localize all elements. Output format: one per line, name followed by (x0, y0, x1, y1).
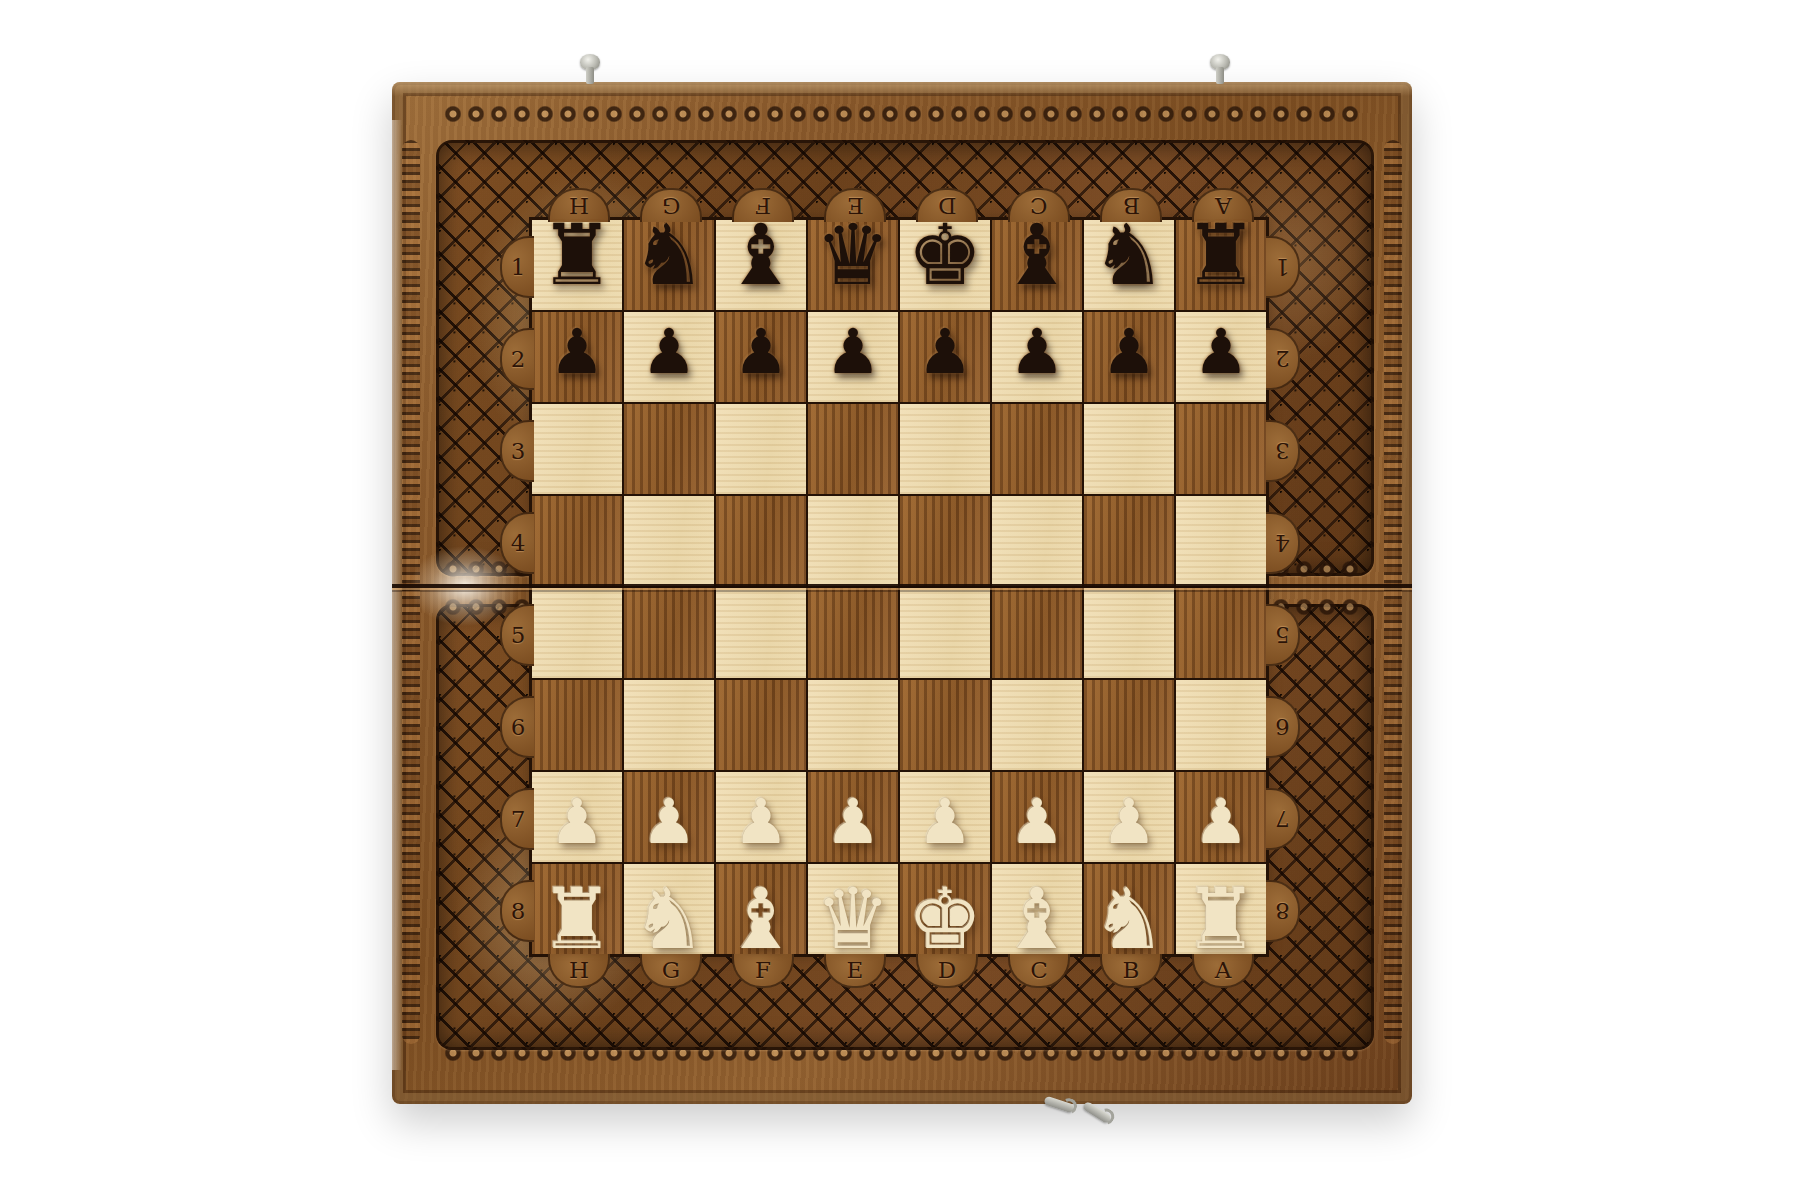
square-g8[interactable]: ♞ (624, 864, 714, 954)
square-h7[interactable]: ♟ (532, 772, 622, 862)
rank-label-left-6: 6 (500, 696, 534, 758)
square-b4[interactable] (1084, 496, 1174, 586)
piece-black-bishop[interactable]: ♝ (999, 213, 1074, 297)
piece-black-knight[interactable]: ♞ (1091, 213, 1166, 297)
square-e1[interactable]: ♛ (808, 220, 898, 310)
square-a7[interactable]: ♟ (1176, 772, 1266, 862)
square-g1[interactable]: ♞ (624, 220, 714, 310)
square-e6[interactable] (808, 680, 898, 770)
rank-label-left-3-text: 3 (511, 438, 526, 464)
square-b2[interactable]: ♟ (1084, 312, 1174, 402)
rank-label-left-5: 5 (500, 604, 534, 666)
rank-label-right-6: 6 (1266, 696, 1300, 758)
square-b1[interactable]: ♞ (1084, 220, 1174, 310)
square-h5[interactable] (532, 588, 622, 678)
rank-label-right-2: 2 (1266, 328, 1300, 390)
rank-label-right-3: 3 (1266, 420, 1300, 482)
square-d8[interactable]: ♚ (900, 864, 990, 954)
rank-label-right-7: 7 (1266, 788, 1300, 850)
piece-white-pawn[interactable]: ♟ (641, 791, 697, 853)
rank-label-right-3-text: 3 (1275, 438, 1290, 464)
square-a5[interactable] (1176, 588, 1266, 678)
rank-label-right-8-text: 8 (1275, 898, 1290, 924)
square-d6[interactable] (900, 680, 990, 770)
square-b6[interactable] (1084, 680, 1174, 770)
square-c3[interactable] (992, 404, 1082, 494)
square-f6[interactable] (716, 680, 806, 770)
square-f7[interactable]: ♟ (716, 772, 806, 862)
rank-label-left-8: 8 (500, 880, 534, 942)
square-d3[interactable] (900, 404, 990, 494)
piece-white-pawn[interactable]: ♟ (733, 791, 789, 853)
rank-label-right-8: 8 (1266, 880, 1300, 942)
square-f2[interactable]: ♟ (716, 312, 806, 402)
square-h8[interactable]: ♜ (532, 864, 622, 954)
clasp-stem (586, 67, 594, 84)
rank-label-right-1-text: 1 (1275, 254, 1290, 280)
piece-black-pawn[interactable]: ♟ (917, 321, 973, 383)
square-a4[interactable] (1176, 496, 1266, 586)
piece-white-king[interactable]: ♚ (907, 877, 982, 961)
square-e4[interactable] (808, 496, 898, 586)
rank-label-left-3: 3 (500, 420, 534, 482)
latch-hook-icon (1082, 1101, 1112, 1125)
square-b3[interactable] (1084, 404, 1174, 494)
square-h3[interactable] (532, 404, 622, 494)
piece-black-pawn[interactable]: ♟ (1193, 321, 1249, 383)
box-left-highlight (392, 120, 402, 1070)
piece-white-bishop[interactable]: ♝ (723, 877, 798, 961)
square-c2[interactable]: ♟ (992, 312, 1082, 402)
square-h1[interactable]: ♜ (532, 220, 622, 310)
piece-black-rook[interactable]: ♜ (1183, 213, 1258, 297)
square-a2[interactable]: ♟ (1176, 312, 1266, 402)
square-f1[interactable]: ♝ (716, 220, 806, 310)
rank-label-left-1: 1 (500, 236, 534, 298)
square-e2[interactable]: ♟ (808, 312, 898, 402)
piece-black-pawn[interactable]: ♟ (549, 321, 605, 383)
square-f3[interactable] (716, 404, 806, 494)
box-top-highlight (392, 82, 1412, 96)
piece-white-pawn[interactable]: ♟ (1009, 791, 1065, 853)
piece-white-pawn[interactable]: ♟ (917, 791, 973, 853)
rank-label-left-8-text: 8 (511, 898, 526, 924)
box-fold-seam (392, 584, 1412, 592)
piece-black-pawn[interactable]: ♟ (825, 321, 881, 383)
square-b5[interactable] (1084, 588, 1174, 678)
square-a6[interactable] (1176, 680, 1266, 770)
square-g5[interactable] (624, 588, 714, 678)
square-g6[interactable] (624, 680, 714, 770)
piece-white-rook[interactable]: ♜ (1183, 877, 1258, 961)
square-c6[interactable] (992, 680, 1082, 770)
square-d2[interactable]: ♟ (900, 312, 990, 402)
square-f4[interactable] (716, 496, 806, 586)
rank-label-right-1: 1 (1266, 236, 1300, 298)
rank-label-left-7: 7 (500, 788, 534, 850)
rank-label-right-7-text: 7 (1275, 806, 1290, 832)
rank-label-right-5-text: 5 (1275, 622, 1290, 648)
clasp-icon (578, 54, 602, 84)
rank-label-left-7-text: 7 (511, 806, 526, 832)
piece-black-pawn[interactable]: ♟ (1009, 321, 1065, 383)
square-b7[interactable]: ♟ (1084, 772, 1174, 862)
square-e8[interactable]: ♛ (808, 864, 898, 954)
carved-chain-border-left (402, 140, 420, 1044)
square-h4[interactable] (532, 496, 622, 586)
square-c1[interactable]: ♝ (992, 220, 1082, 310)
piece-black-pawn[interactable]: ♟ (641, 321, 697, 383)
piece-black-knight[interactable]: ♞ (631, 213, 706, 297)
carved-bead-border-top (442, 103, 1362, 125)
carved-chain-border-right (1384, 140, 1402, 1044)
rank-label-right-2-text: 2 (1275, 346, 1290, 372)
square-f8[interactable]: ♝ (716, 864, 806, 954)
rank-label-left-2: 2 (500, 328, 534, 390)
square-c5[interactable] (992, 588, 1082, 678)
square-g2[interactable]: ♟ (624, 312, 714, 402)
square-e7[interactable]: ♟ (808, 772, 898, 862)
clasp-icon (1208, 54, 1232, 84)
piece-white-pawn[interactable]: ♟ (825, 791, 881, 853)
rank-label-left-1-text: 1 (511, 254, 526, 280)
square-a8[interactable]: ♜ (1176, 864, 1266, 954)
square-g3[interactable] (624, 404, 714, 494)
piece-white-knight[interactable]: ♞ (631, 877, 706, 961)
square-c4[interactable] (992, 496, 1082, 586)
rank-label-left-2-text: 2 (511, 346, 526, 372)
piece-white-rook[interactable]: ♜ (539, 877, 614, 961)
piece-black-pawn[interactable]: ♟ (1101, 321, 1157, 383)
square-a3[interactable] (1176, 404, 1266, 494)
piece-black-pawn[interactable]: ♟ (733, 321, 789, 383)
piece-black-queen[interactable]: ♛ (815, 213, 890, 297)
square-g7[interactable]: ♟ (624, 772, 714, 862)
rank-label-left-5-text: 5 (511, 622, 526, 648)
piece-black-bishop[interactable]: ♝ (723, 213, 798, 297)
rank-label-right-4-text: 4 (1275, 530, 1290, 556)
square-d4[interactable] (900, 496, 990, 586)
rank-label-left-4-text: 4 (511, 530, 526, 556)
rank-label-left-4: 4 (500, 512, 534, 574)
square-c8[interactable]: ♝ (992, 864, 1082, 954)
piece-white-pawn[interactable]: ♟ (549, 791, 605, 853)
square-d5[interactable] (900, 588, 990, 678)
square-b8[interactable]: ♞ (1084, 864, 1174, 954)
square-h2[interactable]: ♟ (532, 312, 622, 402)
square-c7[interactable]: ♟ (992, 772, 1082, 862)
square-d1[interactable]: ♚ (900, 220, 990, 310)
piece-white-pawn[interactable]: ♟ (1193, 791, 1249, 853)
square-g4[interactable] (624, 496, 714, 586)
rank-label-right-4: 4 (1266, 512, 1300, 574)
piece-white-queen[interactable]: ♛ (815, 877, 890, 961)
square-a1[interactable]: ♜ (1176, 220, 1266, 310)
square-e3[interactable] (808, 404, 898, 494)
piece-black-rook[interactable]: ♜ (539, 213, 614, 297)
clasp-stem (1216, 67, 1224, 84)
square-e5[interactable] (808, 588, 898, 678)
square-f5[interactable] (716, 588, 806, 678)
rank-label-right-6-text: 6 (1275, 714, 1290, 740)
square-h6[interactable] (532, 680, 622, 770)
rank-label-right-5: 5 (1266, 604, 1300, 666)
piece-white-knight[interactable]: ♞ (1091, 877, 1166, 961)
piece-black-king[interactable]: ♚ (907, 213, 982, 297)
piece-white-pawn[interactable]: ♟ (1101, 791, 1157, 853)
rank-label-left-6-text: 6 (511, 714, 526, 740)
square-d7[interactable]: ♟ (900, 772, 990, 862)
piece-white-bishop[interactable]: ♝ (999, 877, 1074, 961)
